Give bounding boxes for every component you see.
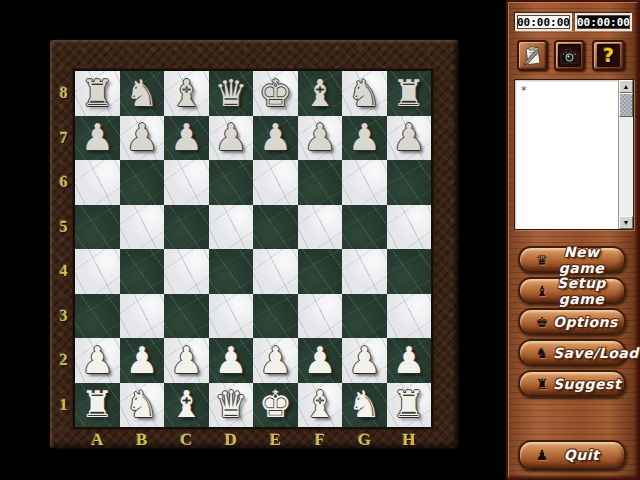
piece-white-king[interactable]: ♚: [259, 386, 292, 423]
rank-label-6: 6: [52, 160, 75, 205]
piece-white-bishop[interactable]: ♝: [303, 386, 336, 423]
notes-button[interactable]: [517, 40, 548, 71]
square-a5[interactable]: [75, 205, 120, 250]
piece-white-pawn[interactable]: ♟: [303, 342, 336, 379]
question-mark-icon: ?: [597, 44, 620, 67]
rank-labels: 87654321: [52, 71, 75, 427]
suggest-label: Suggest: [553, 376, 621, 392]
piece-white-rook[interactable]: ♜: [81, 386, 114, 423]
square-d1[interactable]: ♛: [209, 383, 254, 428]
square-h6[interactable]: [387, 160, 432, 205]
file-label-g: G: [342, 429, 387, 451]
setup-game-button[interactable]: ♝ Setup game: [518, 277, 626, 304]
rank-label-5: 5: [52, 205, 75, 250]
piece-white-knight[interactable]: ♞: [348, 386, 381, 423]
square-g4[interactable]: [342, 249, 387, 294]
knight-icon: ♞: [531, 346, 553, 360]
save-load-label: Save/Load: [553, 345, 639, 361]
king-icon: ♚: [531, 315, 553, 329]
setup-game-label: Setup game: [553, 275, 610, 307]
square-g6[interactable]: [342, 160, 387, 205]
rank-label-1: 1: [52, 383, 75, 428]
square-e3[interactable]: [253, 294, 298, 339]
square-e2[interactable]: ♟: [253, 338, 298, 383]
square-b8[interactable]: ♞: [120, 71, 165, 116]
piece-black-bishop[interactable]: ♝: [170, 75, 203, 112]
square-e1[interactable]: ♚: [253, 383, 298, 428]
chess-board-frame: 87654321 ♜♞♝♛♚♝♞♜♟♟♟♟♟♟♟♟♟♟♟♟♟♟♟♟♜♞♝♛♚♝♞…: [50, 40, 458, 448]
square-e4[interactable]: [253, 249, 298, 294]
scrollbar-thumb[interactable]: [619, 93, 633, 117]
piece-black-king[interactable]: ♚: [259, 75, 292, 112]
file-labels: ABCDEFGH: [75, 429, 431, 451]
piece-white-rook[interactable]: ♜: [392, 386, 425, 423]
rank-label-4: 4: [52, 249, 75, 294]
square-a4[interactable]: [75, 249, 120, 294]
square-b3[interactable]: [120, 294, 165, 339]
file-label-a: A: [75, 429, 120, 451]
piece-black-knight[interactable]: ♞: [348, 75, 381, 112]
square-g1[interactable]: ♞: [342, 383, 387, 428]
options-button[interactable]: ♚ Options: [518, 308, 626, 335]
rank-label-8: 8: [52, 71, 75, 116]
square-h3[interactable]: [387, 294, 432, 339]
square-h7[interactable]: ♟: [387, 116, 432, 161]
square-c8[interactable]: ♝: [164, 71, 209, 116]
piece-black-rook[interactable]: ♜: [81, 75, 114, 112]
piece-black-pawn[interactable]: ♟: [214, 119, 247, 156]
square-f3[interactable]: [298, 294, 343, 339]
square-f1[interactable]: ♝: [298, 383, 343, 428]
piece-black-pawn[interactable]: ♟: [170, 119, 203, 156]
square-a6[interactable]: [75, 160, 120, 205]
square-b5[interactable]: [120, 205, 165, 250]
square-a3[interactable]: [75, 294, 120, 339]
camera-button[interactable]: [554, 40, 585, 71]
clock-panel: 00:00:00 00:00:00: [515, 13, 631, 31]
square-e6[interactable]: [253, 160, 298, 205]
piece-black-pawn[interactable]: ♟: [392, 119, 425, 156]
rook-icon: ♜: [531, 377, 553, 391]
square-e7[interactable]: ♟: [253, 116, 298, 161]
square-d6[interactable]: [209, 160, 254, 205]
square-c1[interactable]: ♝: [164, 383, 209, 428]
bishop-icon: ♝: [531, 284, 553, 298]
square-a2[interactable]: ♟: [75, 338, 120, 383]
square-f7[interactable]: ♟: [298, 116, 343, 161]
quit-button[interactable]: ♟ Quit: [518, 440, 626, 470]
square-b4[interactable]: [120, 249, 165, 294]
piece-white-pawn[interactable]: ♟: [81, 342, 114, 379]
square-f6[interactable]: [298, 160, 343, 205]
square-d8[interactable]: ♛: [209, 71, 254, 116]
square-a8[interactable]: ♜: [75, 71, 120, 116]
board-grid: ♜♞♝♛♚♝♞♜♟♟♟♟♟♟♟♟♟♟♟♟♟♟♟♟♜♞♝♛♚♝♞♜: [75, 71, 431, 427]
piece-white-pawn[interactable]: ♟: [392, 342, 425, 379]
file-label-e: E: [253, 429, 298, 451]
rank-label-2: 2: [52, 338, 75, 383]
square-f8[interactable]: ♝: [298, 71, 343, 116]
piece-white-pawn[interactable]: ♟: [348, 342, 381, 379]
suggest-button[interactable]: ♜ Suggest: [518, 370, 626, 397]
piece-black-pawn[interactable]: ♟: [81, 119, 114, 156]
square-h4[interactable]: [387, 249, 432, 294]
square-e5[interactable]: [253, 205, 298, 250]
square-g3[interactable]: [342, 294, 387, 339]
square-b7[interactable]: ♟: [120, 116, 165, 161]
square-h2[interactable]: ♟: [387, 338, 432, 383]
file-label-h: H: [387, 429, 432, 451]
rank-label-3: 3: [52, 294, 75, 339]
move-list-marker: *: [521, 85, 527, 96]
square-c4[interactable]: [164, 249, 209, 294]
piece-black-pawn[interactable]: ♟: [303, 119, 336, 156]
square-f5[interactable]: [298, 205, 343, 250]
white-clock: 00:00:00: [515, 13, 572, 31]
piece-white-pawn[interactable]: ♟: [125, 342, 158, 379]
square-d5[interactable]: [209, 205, 254, 250]
square-g7[interactable]: ♟: [342, 116, 387, 161]
piece-white-pawn[interactable]: ♟: [259, 342, 292, 379]
square-g5[interactable]: [342, 205, 387, 250]
queen-icon: ♛: [531, 253, 553, 267]
square-f4[interactable]: [298, 249, 343, 294]
piece-black-pawn[interactable]: ♟: [259, 119, 292, 156]
options-label: Options: [553, 314, 618, 330]
piece-black-knight[interactable]: ♞: [125, 75, 158, 112]
new-game-button[interactable]: ♛ New game: [518, 246, 626, 273]
file-label-f: F: [298, 429, 343, 451]
square-c5[interactable]: [164, 205, 209, 250]
help-button[interactable]: ?: [592, 40, 625, 71]
piece-white-knight[interactable]: ♞: [125, 386, 158, 423]
square-h8[interactable]: ♜: [387, 71, 432, 116]
camera-icon: [558, 44, 581, 67]
notepad-pencil-icon: [522, 45, 544, 67]
square-g2[interactable]: ♟: [342, 338, 387, 383]
pawn-icon: ♟: [531, 448, 553, 462]
piece-white-pawn[interactable]: ♟: [214, 342, 247, 379]
square-d7[interactable]: ♟: [209, 116, 254, 161]
square-c3[interactable]: [164, 294, 209, 339]
file-label-d: D: [209, 429, 254, 451]
new-game-label: New game: [553, 244, 610, 276]
move-list-scrollbar[interactable]: ▲ ▼: [618, 80, 633, 229]
sidebar-panel: 00:00:00 00:00:00: [506, 0, 640, 480]
piece-black-pawn[interactable]: ♟: [125, 119, 158, 156]
save-load-button[interactable]: ♞ Save/Load: [518, 339, 626, 366]
square-c6[interactable]: [164, 160, 209, 205]
piece-black-pawn[interactable]: ♟: [348, 119, 381, 156]
rank-label-7: 7: [52, 116, 75, 161]
square-d4[interactable]: [209, 249, 254, 294]
square-e8[interactable]: ♚: [253, 71, 298, 116]
scroll-down-icon[interactable]: ▼: [619, 216, 633, 229]
file-label-b: B: [120, 429, 165, 451]
piece-white-bishop[interactable]: ♝: [170, 386, 203, 423]
black-clock: 00:00:00: [575, 13, 632, 31]
square-a1[interactable]: ♜: [75, 383, 120, 428]
scroll-up-icon[interactable]: ▲: [619, 80, 633, 93]
square-h1[interactable]: ♜: [387, 383, 432, 428]
square-g8[interactable]: ♞: [342, 71, 387, 116]
piece-white-queen[interactable]: ♛: [214, 386, 247, 423]
file-label-c: C: [164, 429, 209, 451]
square-h5[interactable]: [387, 205, 432, 250]
piece-black-rook[interactable]: ♜: [392, 75, 425, 112]
square-b2[interactable]: ♟: [120, 338, 165, 383]
piece-black-queen[interactable]: ♛: [214, 75, 247, 112]
square-b6[interactable]: [120, 160, 165, 205]
square-b1[interactable]: ♞: [120, 383, 165, 428]
square-a7[interactable]: ♟: [75, 116, 120, 161]
square-f2[interactable]: ♟: [298, 338, 343, 383]
quit-label: Quit: [553, 447, 610, 463]
square-d2[interactable]: ♟: [209, 338, 254, 383]
square-c2[interactable]: ♟: [164, 338, 209, 383]
piece-black-bishop[interactable]: ♝: [303, 75, 336, 112]
square-c7[interactable]: ♟: [164, 116, 209, 161]
square-d3[interactable]: [209, 294, 254, 339]
move-list[interactable]: * ▲ ▼: [514, 79, 634, 230]
piece-white-pawn[interactable]: ♟: [170, 342, 203, 379]
